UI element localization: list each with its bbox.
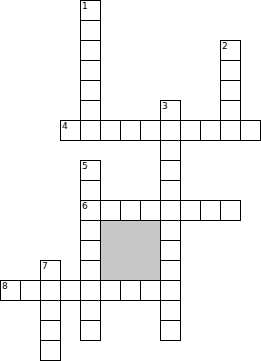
crossword-cell[interactable] [80,280,101,301]
crossword-cell[interactable] [220,120,241,141]
crossword-cell[interactable] [40,320,61,341]
crossword-cell[interactable] [160,180,181,201]
crossword-cell[interactable] [40,280,61,301]
crossword-cell[interactable] [220,100,241,121]
crossword-cell[interactable]: 1 [80,0,101,21]
crossword-cell[interactable] [180,120,201,141]
crossword-cell[interactable] [160,260,181,281]
crossword-cell[interactable] [120,120,141,141]
crossword-cell[interactable] [40,340,61,361]
crossword-cell[interactable] [120,200,141,221]
clue-number: 6 [82,201,88,211]
crossword-cell[interactable] [80,220,101,241]
crossword-cell[interactable]: 8 [0,280,21,301]
clue-number: 1 [82,1,88,11]
crossword-cell[interactable] [80,320,101,341]
clue-number: 5 [82,161,88,171]
crossword-cell[interactable] [180,200,201,221]
crossword-cell[interactable] [80,40,101,61]
crossword-cell[interactable] [220,80,241,101]
crossword-cell[interactable] [160,220,181,241]
crossword-cell[interactable] [80,20,101,41]
crossword-cell[interactable] [160,280,181,301]
crossword-cell[interactable] [80,100,101,121]
clue-number: 2 [222,41,228,51]
crossword-cell[interactable] [100,200,121,221]
crossword-cell[interactable] [140,120,161,141]
crossword-cell[interactable] [80,80,101,101]
crossword-cell[interactable] [160,160,181,181]
crossword-cell[interactable] [40,300,61,321]
crossword-cell[interactable]: 7 [40,260,61,281]
crossword-cell[interactable]: 4 [60,120,81,141]
crossword-cell[interactable] [160,300,181,321]
clue-number: 4 [62,121,68,131]
clue-number: 3 [162,101,168,111]
crossword-cell[interactable] [80,120,101,141]
crossword-cell[interactable] [60,280,81,301]
crossword-cell[interactable] [220,60,241,81]
crossword-cell[interactable] [160,240,181,261]
crossword-cell[interactable] [80,300,101,321]
crossword-cell[interactable] [80,240,101,261]
crossword-cell[interactable] [100,280,121,301]
crossword-cell[interactable] [160,200,181,221]
crossword-cell[interactable] [80,260,101,281]
clue-number: 7 [42,261,48,271]
crossword-cell[interactable] [140,280,161,301]
crossword-cell[interactable] [240,120,261,141]
crossword-cell[interactable] [20,280,41,301]
crossword-cell[interactable]: 6 [80,200,101,221]
crossword-cell[interactable] [200,120,221,141]
crossword-grid: 12345678 [0,0,261,361]
crossword-cell[interactable] [80,180,101,201]
clue-number: 8 [2,281,8,291]
crossword-cell[interactable] [220,200,241,221]
crossword-cell[interactable] [80,60,101,81]
gray-block [100,220,161,281]
crossword-cell[interactable] [120,280,141,301]
crossword-cell[interactable] [200,200,221,221]
crossword-cell[interactable] [160,120,181,141]
crossword-cell[interactable] [140,200,161,221]
crossword-cell[interactable] [160,140,181,161]
crossword-cell[interactable]: 3 [160,100,181,121]
crossword-cell[interactable] [160,320,181,341]
crossword-cell[interactable]: 2 [220,40,241,61]
crossword-cell[interactable] [100,120,121,141]
crossword-cell[interactable]: 5 [80,160,101,181]
